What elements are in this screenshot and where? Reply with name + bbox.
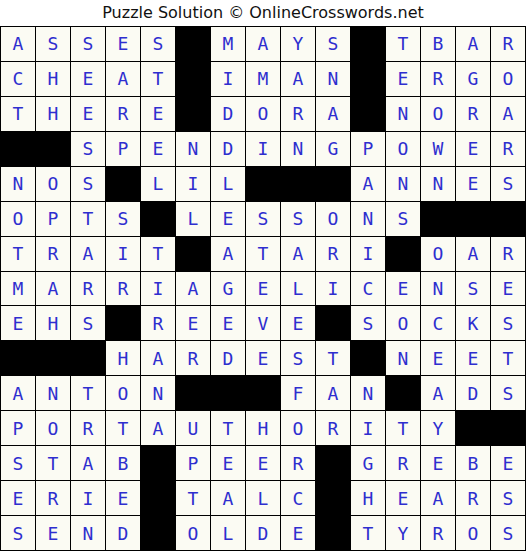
cell-r6c4[interactable]: S: [106, 202, 140, 236]
cell-r15c7[interactable]: L: [211, 516, 245, 550]
block-cell-r11c12: [386, 376, 420, 410]
cell-r12c3[interactable]: R: [71, 411, 105, 445]
cell-r13c2[interactable]: T: [36, 446, 70, 480]
cell-r8c3[interactable]: R: [71, 272, 105, 306]
cell-r13c7[interactable]: E: [211, 446, 245, 480]
cell-r7c5[interactable]: T: [141, 237, 175, 271]
cell-r14c14[interactable]: R: [456, 481, 490, 515]
cell-r4c10[interactable]: G: [316, 132, 350, 166]
cell-r3c15[interactable]: A: [491, 97, 525, 131]
cell-r6c10[interactable]: O: [316, 202, 350, 236]
block-cell-r12c14: [456, 411, 490, 445]
cell-r6c8[interactable]: S: [246, 202, 280, 236]
cell-r9c14[interactable]: K: [456, 306, 490, 340]
cell-r2c5[interactable]: T: [141, 62, 175, 96]
cell-r12c13[interactable]: Y: [421, 411, 455, 445]
cell-r6c6[interactable]: L: [176, 202, 210, 236]
cell-r11c1[interactable]: A: [1, 376, 35, 410]
cell-r2c13[interactable]: R: [421, 62, 455, 96]
cell-r2c9[interactable]: A: [281, 62, 315, 96]
cell-r10c14[interactable]: E: [456, 341, 490, 375]
cell-r5c5[interactable]: L: [141, 167, 175, 201]
cell-r15c11[interactable]: T: [351, 516, 385, 550]
cell-r15c3[interactable]: N: [71, 516, 105, 550]
cell-r12c9[interactable]: O: [281, 411, 315, 445]
cell-r5c6[interactable]: I: [176, 167, 210, 201]
cell-r4c14[interactable]: E: [456, 132, 490, 166]
cell-r11c15[interactable]: S: [491, 376, 525, 410]
cell-r4c3[interactable]: S: [71, 132, 105, 166]
cell-r10c9[interactable]: S: [281, 341, 315, 375]
cell-r7c8[interactable]: T: [246, 237, 280, 271]
cell-r8c1[interactable]: M: [1, 272, 35, 306]
block-cell-r11c7: [211, 376, 245, 410]
cell-r10c5[interactable]: A: [141, 341, 175, 375]
cell-r2c12[interactable]: E: [386, 62, 420, 96]
cell-r8c12[interactable]: E: [386, 272, 420, 306]
cell-r4c13[interactable]: W: [421, 132, 455, 166]
cell-r12c6[interactable]: U: [176, 411, 210, 445]
cell-r15c4[interactable]: D: [106, 516, 140, 550]
block-cell-r3c11: [351, 97, 385, 131]
cell-r3c1[interactable]: T: [1, 97, 35, 131]
cell-r3c9[interactable]: R: [281, 97, 315, 131]
cell-r1c14[interactable]: A: [456, 27, 490, 61]
cell-r8c10[interactable]: I: [316, 272, 350, 306]
cell-r3c7[interactable]: D: [211, 97, 245, 131]
cell-r7c9[interactable]: A: [281, 237, 315, 271]
cell-r9c9[interactable]: E: [281, 306, 315, 340]
cell-r13c1[interactable]: S: [1, 446, 35, 480]
cell-r4c4[interactable]: P: [106, 132, 140, 166]
block-cell-r10c1: [1, 341, 35, 375]
cell-r7c1[interactable]: T: [1, 237, 35, 271]
cell-r9c2[interactable]: H: [36, 306, 70, 340]
cell-r11c11[interactable]: N: [351, 376, 385, 410]
cell-r3c10[interactable]: A: [316, 97, 350, 131]
cell-r7c11[interactable]: I: [351, 237, 385, 271]
cell-r2c10[interactable]: N: [316, 62, 350, 96]
cell-r13c14[interactable]: B: [456, 446, 490, 480]
cell-r3c5[interactable]: E: [141, 97, 175, 131]
block-cell-r5c10: [316, 167, 350, 201]
block-cell-r15c5: [141, 516, 175, 550]
cell-r10c12[interactable]: N: [386, 341, 420, 375]
cell-r12c7[interactable]: T: [211, 411, 245, 445]
cell-r12c2[interactable]: O: [36, 411, 70, 445]
block-cell-r10c11: [351, 341, 385, 375]
cell-r2c8[interactable]: M: [246, 62, 280, 96]
cell-r6c2[interactable]: P: [36, 202, 70, 236]
cell-r11c4[interactable]: O: [106, 376, 140, 410]
cell-r2c3[interactable]: E: [71, 62, 105, 96]
block-cell-r4c1: [1, 132, 35, 166]
cell-r4c7[interactable]: D: [211, 132, 245, 166]
cell-r7c3[interactable]: A: [71, 237, 105, 271]
cell-r12c4[interactable]: T: [106, 411, 140, 445]
cell-r8c11[interactable]: C: [351, 272, 385, 306]
cell-r7c14[interactable]: A: [456, 237, 490, 271]
cell-r10c10[interactable]: T: [316, 341, 350, 375]
block-cell-r2c11: [351, 62, 385, 96]
cell-r1c2[interactable]: S: [36, 27, 70, 61]
cell-r13c15[interactable]: E: [491, 446, 525, 480]
crossword-grid: ASSESMAYSTBARCHEATIMANERGOTHEREDORANORAS…: [0, 26, 526, 551]
cell-r4c8[interactable]: I: [246, 132, 280, 166]
cell-r1c3[interactable]: S: [71, 27, 105, 61]
cell-r13c12[interactable]: R: [386, 446, 420, 480]
cell-r14c3[interactable]: I: [71, 481, 105, 515]
cell-r8c13[interactable]: N: [421, 272, 455, 306]
block-cell-r10c2: [36, 341, 70, 375]
block-cell-r4c2: [36, 132, 70, 166]
cell-r5c2[interactable]: O: [36, 167, 70, 201]
cell-r15c9[interactable]: E: [281, 516, 315, 550]
cell-r11c3[interactable]: T: [71, 376, 105, 410]
cell-r12c11[interactable]: I: [351, 411, 385, 445]
cell-r8c14[interactable]: S: [456, 272, 490, 306]
cell-r10c7[interactable]: D: [211, 341, 245, 375]
cell-r14c15[interactable]: S: [491, 481, 525, 515]
cell-r1c10[interactable]: S: [316, 27, 350, 61]
cell-r13c9[interactable]: R: [281, 446, 315, 480]
cell-r15c14[interactable]: O: [456, 516, 490, 550]
cell-r11c9[interactable]: F: [281, 376, 315, 410]
cell-r14c1[interactable]: E: [1, 481, 35, 515]
block-cell-r3c6: [176, 97, 210, 131]
cell-r8c9[interactable]: L: [281, 272, 315, 306]
cell-r3c12[interactable]: N: [386, 97, 420, 131]
block-cell-r6c15: [491, 202, 525, 236]
cell-r9c11[interactable]: S: [351, 306, 385, 340]
cell-r15c15[interactable]: S: [491, 516, 525, 550]
cell-r10c6[interactable]: R: [176, 341, 210, 375]
cell-r5c13[interactable]: N: [421, 167, 455, 201]
cell-r14c6[interactable]: T: [176, 481, 210, 515]
cell-r6c9[interactable]: S: [281, 202, 315, 236]
crossword-solution-page: Puzzle Solution © OnlineCrosswords.net A…: [0, 0, 526, 551]
cell-r12c1[interactable]: P: [1, 411, 35, 445]
cell-r7c10[interactable]: R: [316, 237, 350, 271]
cell-r2c7[interactable]: I: [211, 62, 245, 96]
cell-r15c12[interactable]: Y: [386, 516, 420, 550]
cell-r2c4[interactable]: A: [106, 62, 140, 96]
cell-r14c12[interactable]: E: [386, 481, 420, 515]
cell-r10c13[interactable]: E: [421, 341, 455, 375]
cell-r3c13[interactable]: O: [421, 97, 455, 131]
block-cell-r7c6: [176, 237, 210, 271]
cell-r6c12[interactable]: S: [386, 202, 420, 236]
cell-r8c7[interactable]: G: [211, 272, 245, 306]
block-cell-r14c5: [141, 481, 175, 515]
cell-r1c13[interactable]: B: [421, 27, 455, 61]
block-cell-r6c14: [456, 202, 490, 236]
cell-r5c7[interactable]: L: [211, 167, 245, 201]
cell-r12c5[interactable]: A: [141, 411, 175, 445]
cell-r5c11[interactable]: A: [351, 167, 385, 201]
cell-r6c11[interactable]: N: [351, 202, 385, 236]
cell-r12c10[interactable]: R: [316, 411, 350, 445]
block-cell-r15c10: [316, 516, 350, 550]
cell-r9c8[interactable]: V: [246, 306, 280, 340]
cell-r4c15[interactable]: R: [491, 132, 525, 166]
cell-r4c9[interactable]: N: [281, 132, 315, 166]
cell-r1c7[interactable]: M: [211, 27, 245, 61]
cell-r14c11[interactable]: H: [351, 481, 385, 515]
cell-r5c3[interactable]: S: [71, 167, 105, 201]
cell-r1c5[interactable]: S: [141, 27, 175, 61]
block-cell-r12c15: [491, 411, 525, 445]
cell-r1c4[interactable]: E: [106, 27, 140, 61]
cell-r4c5[interactable]: E: [141, 132, 175, 166]
cell-r11c5[interactable]: N: [141, 376, 175, 410]
cell-r14c13[interactable]: A: [421, 481, 455, 515]
block-cell-r9c4: [106, 306, 140, 340]
cell-r12c12[interactable]: T: [386, 411, 420, 445]
cell-r1c1[interactable]: A: [1, 27, 35, 61]
cell-r2c1[interactable]: C: [1, 62, 35, 96]
cell-r9c1[interactable]: E: [1, 306, 35, 340]
cell-r3c14[interactable]: R: [456, 97, 490, 131]
cell-r9c7[interactable]: E: [211, 306, 245, 340]
cell-r9c13[interactable]: C: [421, 306, 455, 340]
block-cell-r14c10: [316, 481, 350, 515]
cell-r8c6[interactable]: A: [176, 272, 210, 306]
block-cell-r6c13: [421, 202, 455, 236]
block-cell-r13c5: [141, 446, 175, 480]
block-cell-r11c8: [246, 376, 280, 410]
cell-r8c15[interactable]: E: [491, 272, 525, 306]
block-cell-r7c12: [386, 237, 420, 271]
cell-r15c6[interactable]: O: [176, 516, 210, 550]
cell-r14c4[interactable]: E: [106, 481, 140, 515]
block-cell-r5c8: [246, 167, 280, 201]
cell-r3c3[interactable]: E: [71, 97, 105, 131]
block-cell-r1c11: [351, 27, 385, 61]
cell-r13c13[interactable]: E: [421, 446, 455, 480]
block-cell-r9c10: [316, 306, 350, 340]
cell-r4c11[interactable]: P: [351, 132, 385, 166]
cell-r7c4[interactable]: I: [106, 237, 140, 271]
cell-r7c7[interactable]: A: [211, 237, 245, 271]
cell-r14c8[interactable]: L: [246, 481, 280, 515]
cell-r4c6[interactable]: N: [176, 132, 210, 166]
cell-r1c8[interactable]: A: [246, 27, 280, 61]
cell-r14c2[interactable]: R: [36, 481, 70, 515]
block-cell-r2c6: [176, 62, 210, 96]
block-cell-r13c10: [316, 446, 350, 480]
cell-r6c1[interactable]: O: [1, 202, 35, 236]
cell-r9c12[interactable]: O: [386, 306, 420, 340]
cell-r13c8[interactable]: E: [246, 446, 280, 480]
cell-r1c15[interactable]: R: [491, 27, 525, 61]
cell-r9c5[interactable]: R: [141, 306, 175, 340]
cell-r2c15[interactable]: O: [491, 62, 525, 96]
cell-r11c14[interactable]: D: [456, 376, 490, 410]
block-cell-r11c6: [176, 376, 210, 410]
cell-r10c4[interactable]: H: [106, 341, 140, 375]
cell-r14c9[interactable]: C: [281, 481, 315, 515]
cell-r11c2[interactable]: N: [36, 376, 70, 410]
cell-r11c10[interactable]: A: [316, 376, 350, 410]
cell-r3c8[interactable]: O: [246, 97, 280, 131]
cell-r1c9[interactable]: Y: [281, 27, 315, 61]
block-cell-r5c4: [106, 167, 140, 201]
cell-r4c12[interactable]: O: [386, 132, 420, 166]
cell-r8c4[interactable]: R: [106, 272, 140, 306]
cell-r7c15[interactable]: R: [491, 237, 525, 271]
cell-r8c8[interactable]: E: [246, 272, 280, 306]
cell-r11c13[interactable]: A: [421, 376, 455, 410]
cell-r1c12[interactable]: T: [386, 27, 420, 61]
cell-r10c8[interactable]: E: [246, 341, 280, 375]
cell-r2c14[interactable]: G: [456, 62, 490, 96]
block-cell-r5c9: [281, 167, 315, 201]
cell-r15c2[interactable]: E: [36, 516, 70, 550]
cell-r5c1[interactable]: N: [1, 167, 35, 201]
cell-r7c13[interactable]: O: [421, 237, 455, 271]
cell-r13c3[interactable]: A: [71, 446, 105, 480]
cell-r13c4[interactable]: B: [106, 446, 140, 480]
cell-r15c8[interactable]: D: [246, 516, 280, 550]
cell-r10c15[interactable]: T: [491, 341, 525, 375]
page-title: Puzzle Solution © OnlineCrosswords.net: [0, 0, 526, 26]
cell-r15c1[interactable]: S: [1, 516, 35, 550]
cell-r7c2[interactable]: R: [36, 237, 70, 271]
cell-r9c15[interactable]: S: [491, 306, 525, 340]
cell-r9c3[interactable]: S: [71, 306, 105, 340]
block-cell-r10c3: [71, 341, 105, 375]
cell-r5c14[interactable]: E: [456, 167, 490, 201]
cell-r8c5[interactable]: I: [141, 272, 175, 306]
cell-r12c8[interactable]: H: [246, 411, 280, 445]
cell-r8c2[interactable]: A: [36, 272, 70, 306]
cell-r6c3[interactable]: T: [71, 202, 105, 236]
cell-r6c7[interactable]: E: [211, 202, 245, 236]
cell-r5c12[interactable]: N: [386, 167, 420, 201]
cell-r9c6[interactable]: E: [176, 306, 210, 340]
cell-r15c13[interactable]: R: [421, 516, 455, 550]
cell-r3c4[interactable]: R: [106, 97, 140, 131]
cell-r5c15[interactable]: S: [491, 167, 525, 201]
cell-r14c7[interactable]: A: [211, 481, 245, 515]
block-cell-r1c6: [176, 27, 210, 61]
cell-r13c11[interactable]: G: [351, 446, 385, 480]
block-cell-r6c5: [141, 202, 175, 236]
cell-r2c2[interactable]: H: [36, 62, 70, 96]
cell-r13c6[interactable]: P: [176, 446, 210, 480]
cell-r3c2[interactable]: H: [36, 97, 70, 131]
